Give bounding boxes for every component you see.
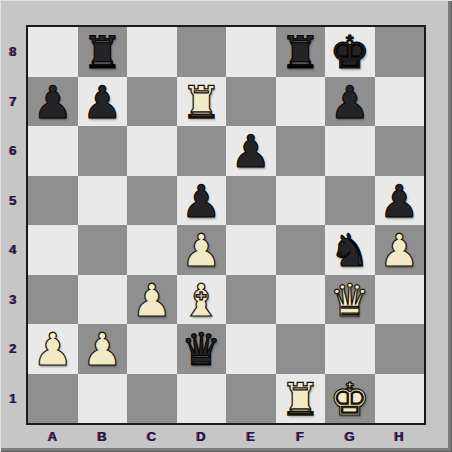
square-d6[interactable]: [177, 126, 227, 176]
square-g2[interactable]: [325, 324, 375, 374]
square-h4[interactable]: ♟: [375, 225, 425, 275]
square-b2[interactable]: ♟: [78, 324, 128, 374]
square-f4[interactable]: [276, 225, 326, 275]
file-label-c: C: [127, 425, 177, 448]
rank-label-2: 2: [0, 324, 26, 374]
square-c8[interactable]: [127, 27, 177, 77]
file-labels: ABCDEFGH: [28, 425, 424, 448]
black-pawn[interactable]: ♟: [181, 179, 221, 224]
white-pawn[interactable]: ♟: [181, 228, 221, 273]
square-h7[interactable]: [375, 77, 425, 127]
square-a8[interactable]: [28, 27, 78, 77]
square-e1[interactable]: [226, 374, 276, 424]
rank-label-3: 3: [0, 275, 26, 325]
square-h1[interactable]: [375, 374, 425, 424]
square-b6[interactable]: [78, 126, 128, 176]
rank-label-4: 4: [0, 225, 26, 275]
black-pawn[interactable]: ♟: [82, 80, 122, 125]
black-pawn[interactable]: ♟: [379, 179, 419, 224]
chess-board-widget: 87654321 ♜♜♚♟♟♜♟♟♟♟♟♞♟♟♝♛♟♟♛♜♚ ABCDEFGH: [0, 0, 452, 452]
square-f1[interactable]: ♜: [276, 374, 326, 424]
square-h2[interactable]: [375, 324, 425, 374]
square-f6[interactable]: [276, 126, 326, 176]
square-g6[interactable]: [325, 126, 375, 176]
square-h5[interactable]: ♟: [375, 176, 425, 226]
black-rook[interactable]: ♜: [82, 30, 122, 75]
white-rook[interactable]: ♜: [280, 377, 320, 422]
white-rook[interactable]: ♜: [181, 80, 221, 125]
square-h8[interactable]: [375, 27, 425, 77]
square-d8[interactable]: [177, 27, 227, 77]
square-d3[interactable]: ♝: [177, 275, 227, 325]
square-h6[interactable]: [375, 126, 425, 176]
square-b3[interactable]: [78, 275, 128, 325]
square-e2[interactable]: [226, 324, 276, 374]
file-label-b: B: [78, 425, 128, 448]
square-c6[interactable]: [127, 126, 177, 176]
square-f7[interactable]: [276, 77, 326, 127]
square-g5[interactable]: [325, 176, 375, 226]
black-knight[interactable]: ♞: [330, 228, 370, 273]
square-f5[interactable]: [276, 176, 326, 226]
square-g8[interactable]: ♚: [325, 27, 375, 77]
square-f8[interactable]: ♜: [276, 27, 326, 77]
square-c7[interactable]: [127, 77, 177, 127]
black-king[interactable]: ♚: [330, 30, 370, 75]
square-d2[interactable]: ♛: [177, 324, 227, 374]
file-label-e: E: [226, 425, 276, 448]
white-pawn[interactable]: ♟: [379, 228, 419, 273]
file-label-g: G: [325, 425, 375, 448]
white-queen[interactable]: ♛: [330, 278, 370, 323]
square-c1[interactable]: [127, 374, 177, 424]
square-d1[interactable]: [177, 374, 227, 424]
square-d4[interactable]: ♟: [177, 225, 227, 275]
square-e6[interactable]: ♟: [226, 126, 276, 176]
square-h3[interactable]: [375, 275, 425, 325]
black-pawn[interactable]: ♟: [231, 129, 271, 174]
square-g4[interactable]: ♞: [325, 225, 375, 275]
square-b1[interactable]: [78, 374, 128, 424]
square-g3[interactable]: ♛: [325, 275, 375, 325]
square-b8[interactable]: ♜: [78, 27, 128, 77]
square-e3[interactable]: [226, 275, 276, 325]
square-c5[interactable]: [127, 176, 177, 226]
square-a7[interactable]: ♟: [28, 77, 78, 127]
file-label-h: H: [375, 425, 425, 448]
square-d5[interactable]: ♟: [177, 176, 227, 226]
square-f2[interactable]: [276, 324, 326, 374]
square-b5[interactable]: [78, 176, 128, 226]
square-e7[interactable]: [226, 77, 276, 127]
square-g1[interactable]: ♚: [325, 374, 375, 424]
square-g7[interactable]: ♟: [325, 77, 375, 127]
rank-label-8: 8: [0, 27, 26, 77]
square-b7[interactable]: ♟: [78, 77, 128, 127]
square-a5[interactable]: [28, 176, 78, 226]
black-pawn[interactable]: ♟: [330, 80, 370, 125]
file-label-f: F: [276, 425, 326, 448]
white-king[interactable]: ♚: [330, 377, 370, 422]
square-e5[interactable]: [226, 176, 276, 226]
square-a4[interactable]: [28, 225, 78, 275]
square-b4[interactable]: [78, 225, 128, 275]
white-pawn[interactable]: ♟: [33, 327, 73, 372]
square-d7[interactable]: ♜: [177, 77, 227, 127]
square-e4[interactable]: [226, 225, 276, 275]
square-a2[interactable]: ♟: [28, 324, 78, 374]
square-c2[interactable]: [127, 324, 177, 374]
rank-label-5: 5: [0, 176, 26, 226]
black-pawn[interactable]: ♟: [33, 80, 73, 125]
square-c4[interactable]: [127, 225, 177, 275]
square-a1[interactable]: [28, 374, 78, 424]
rank-label-6: 6: [0, 126, 26, 176]
square-a3[interactable]: [28, 275, 78, 325]
rank-label-1: 1: [0, 374, 26, 424]
square-a6[interactable]: [28, 126, 78, 176]
white-pawn[interactable]: ♟: [132, 278, 172, 323]
square-f3[interactable]: [276, 275, 326, 325]
rank-label-7: 7: [0, 77, 26, 127]
white-bishop[interactable]: ♝: [181, 278, 221, 323]
black-queen[interactable]: ♛: [181, 327, 221, 372]
file-label-a: A: [28, 425, 78, 448]
square-e8[interactable]: [226, 27, 276, 77]
file-label-d: D: [177, 425, 227, 448]
black-rook[interactable]: ♜: [280, 30, 320, 75]
rank-labels: 87654321: [0, 27, 26, 423]
chess-board[interactable]: ♜♜♚♟♟♜♟♟♟♟♟♞♟♟♝♛♟♟♛♜♚: [26, 25, 426, 425]
white-pawn[interactable]: ♟: [82, 327, 122, 372]
square-c3[interactable]: ♟: [127, 275, 177, 325]
